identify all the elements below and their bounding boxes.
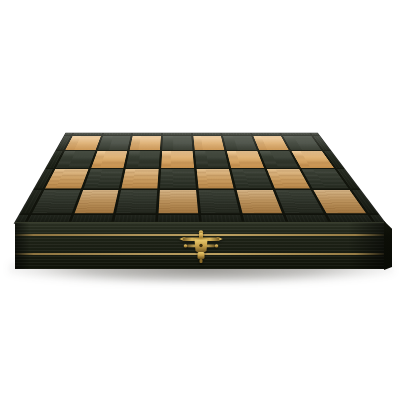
board-square-light <box>91 151 127 167</box>
board-rim-cell <box>163 133 191 135</box>
board-square-light <box>227 151 264 167</box>
board-rim-cell <box>103 133 131 135</box>
board-square-dark <box>97 136 130 150</box>
board-rim-cell <box>252 133 281 135</box>
checkerboard <box>15 133 385 223</box>
board-square-light <box>196 169 234 188</box>
board-square-light <box>161 151 194 167</box>
board-rim-cell <box>73 133 102 135</box>
board-square-light <box>122 169 159 188</box>
board-square-dark <box>231 169 272 188</box>
board-square-light <box>130 136 161 150</box>
board-square-dark <box>83 169 123 188</box>
board-square-dark <box>194 151 228 167</box>
board-square-dark <box>116 190 157 213</box>
board-rim-cell <box>133 133 161 135</box>
board-square-dark <box>126 151 160 167</box>
board-rim-cell <box>311 133 319 135</box>
board-square-dark <box>198 190 240 213</box>
board-square-dark <box>160 169 196 188</box>
board-square-light <box>74 190 118 213</box>
board-rim-cell <box>193 133 221 135</box>
chess-box-photo <box>0 0 400 400</box>
board-square-light <box>158 190 197 213</box>
board-square-dark <box>56 151 95 167</box>
board-square-light <box>237 190 282 213</box>
board-square-dark <box>223 136 257 150</box>
board-square-light <box>193 136 224 150</box>
brass-clasp-icon <box>178 230 224 265</box>
box-lid-perspective-wrap <box>15 11 385 223</box>
board-rim-cell <box>222 133 251 135</box>
board-rim-cell <box>282 133 311 135</box>
board-square-dark <box>162 136 192 150</box>
box-right-side <box>384 221 392 270</box>
board-square-light <box>45 169 88 188</box>
board-rim-cell <box>65 133 72 135</box>
board-square-light <box>65 136 100 150</box>
